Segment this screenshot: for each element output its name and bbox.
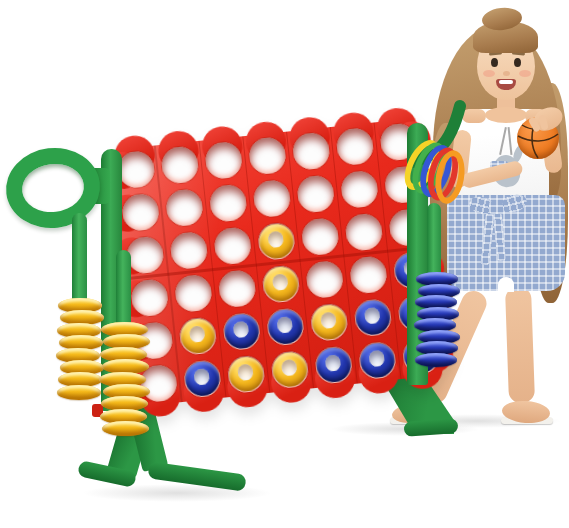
board-cell: [222, 350, 270, 397]
girl-left-leg: [505, 287, 535, 404]
empty-hole: [174, 273, 214, 313]
board-cell: [174, 312, 222, 359]
eye-right: [514, 58, 521, 67]
blush-left: [483, 70, 495, 77]
board-cell: [156, 141, 204, 188]
empty-hole: [335, 126, 375, 166]
board-cell: [292, 170, 340, 217]
board-cell: [200, 136, 248, 183]
board-cell: [252, 217, 300, 264]
board-cell: [335, 165, 383, 212]
nose: [503, 71, 510, 76]
empty-hole: [125, 235, 165, 275]
board-cell: [209, 222, 257, 269]
empty-hole: [208, 183, 248, 223]
eye-left: [491, 58, 498, 67]
product-photo-scene: [0, 0, 569, 528]
board-cell: [287, 127, 335, 174]
connect-four-board: [112, 118, 445, 407]
board-cell: [165, 226, 213, 273]
empty-hole: [248, 136, 288, 176]
board-cell: [349, 293, 397, 340]
blush-right: [519, 70, 531, 77]
empty-hole: [252, 178, 292, 218]
board-cell: [344, 251, 392, 298]
board-cell: [296, 213, 344, 260]
empty-hole: [296, 174, 336, 214]
board-cell: [331, 122, 379, 169]
empty-hole: [340, 169, 380, 209]
empty-hole: [344, 212, 384, 252]
board-grid: [112, 118, 445, 407]
board-cell: [301, 255, 349, 302]
empty-hole: [217, 268, 257, 308]
blue-stack-ring: [415, 353, 457, 367]
empty-hole: [291, 131, 331, 171]
empty-hole: [204, 140, 244, 180]
empty-hole: [213, 226, 253, 266]
board-cell: [243, 132, 291, 179]
board-cell: [310, 341, 358, 388]
empty-hole: [349, 255, 389, 295]
board-cell: [261, 303, 309, 350]
empty-hole: [165, 187, 205, 227]
board-cell: [248, 174, 296, 221]
empty-hole: [116, 149, 156, 189]
board-cell: [160, 184, 208, 231]
board-cell: [353, 336, 401, 383]
yellow-stack-ring: [57, 385, 101, 400]
board-cell: [257, 260, 305, 307]
board-cell: [178, 355, 226, 402]
board-cell: [125, 274, 173, 321]
empty-hole: [300, 216, 340, 256]
board-cell: [305, 298, 353, 345]
empty-hole: [130, 278, 170, 318]
empty-hole: [305, 259, 345, 299]
board-cell: [217, 307, 265, 354]
board-cell: [116, 188, 164, 235]
waist-bow-knot: [489, 201, 503, 214]
empty-hole: [160, 145, 200, 185]
board-cell: [340, 208, 388, 255]
empty-hole: [121, 192, 161, 232]
board-cell: [204, 179, 252, 226]
board-cell: [266, 345, 314, 392]
board-cell: [169, 269, 217, 316]
basketball-hoop: [1, 143, 104, 234]
board-cell: [213, 264, 261, 311]
empty-hole: [169, 230, 209, 270]
